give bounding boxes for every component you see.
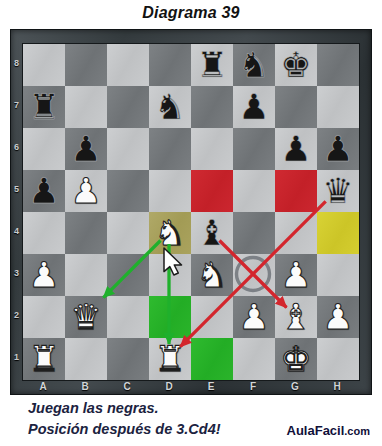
caption-line-1: Juegan las negras. xyxy=(28,398,221,419)
black-pawn-g6[interactable]: ♟ xyxy=(280,128,311,170)
white-bishop-g2[interactable]: ♝ xyxy=(280,296,311,338)
chess-board-frame: 87654321 ABCDEFGH ♜♞♚♜♞♟♟♟♟♟♟♛♞♝♟♞♟♛♟♝♟♜… xyxy=(10,29,372,395)
square-a7[interactable]: ♜ xyxy=(23,86,65,128)
square-g1[interactable]: ♚ xyxy=(275,338,317,380)
square-e2[interactable] xyxy=(191,296,233,338)
square-h5[interactable]: ♛ xyxy=(317,170,359,212)
square-h1[interactable] xyxy=(317,338,359,380)
square-h3[interactable] xyxy=(317,254,359,296)
rank-label-8: 8 xyxy=(11,58,22,68)
white-queen-b2[interactable]: ♛ xyxy=(70,296,101,338)
square-a6[interactable] xyxy=(23,128,65,170)
square-c4[interactable] xyxy=(107,212,149,254)
square-d5[interactable] xyxy=(149,170,191,212)
rank-label-5: 5 xyxy=(11,184,22,194)
square-d1[interactable]: ♜ xyxy=(149,338,191,380)
square-f7[interactable]: ♟ xyxy=(233,86,275,128)
white-knight-e3[interactable]: ♞ xyxy=(196,254,227,296)
rank-label-2: 2 xyxy=(11,310,22,320)
black-rook-a7[interactable]: ♜ xyxy=(28,86,59,128)
square-a4[interactable] xyxy=(23,212,65,254)
caption-line-2: Posición después de 3.Cd4! xyxy=(28,419,221,440)
square-b3[interactable] xyxy=(65,254,107,296)
square-e3[interactable]: ♞ xyxy=(191,254,233,296)
square-g7[interactable] xyxy=(275,86,317,128)
chess-board[interactable]: ♜♞♚♜♞♟♟♟♟♟♟♛♞♝♟♞♟♛♟♝♟♜♜♚ xyxy=(22,43,360,381)
square-g6[interactable]: ♟ xyxy=(275,128,317,170)
square-g8[interactable]: ♚ xyxy=(275,44,317,86)
brand-tld: .com xyxy=(344,425,370,437)
square-f5[interactable] xyxy=(233,170,275,212)
square-d8[interactable] xyxy=(149,44,191,86)
page: Diagrama 39 87654321 ABCDEFGH ♜♞♚♜♞♟♟♟♟♟… xyxy=(0,0,382,446)
file-label-a: A xyxy=(22,381,64,392)
black-knight-d7[interactable]: ♞ xyxy=(154,86,185,128)
rank-label-3: 3 xyxy=(11,268,22,278)
rank-label-7: 7 xyxy=(11,100,22,110)
brand-logo: AulaFacil.com xyxy=(287,421,370,439)
black-king-g8[interactable]: ♚ xyxy=(280,44,311,86)
square-h6[interactable]: ♟ xyxy=(317,128,359,170)
diagram-title: Diagrama 39 xyxy=(0,4,382,22)
white-pawn-h2[interactable]: ♟ xyxy=(322,296,353,338)
square-f6[interactable] xyxy=(233,128,275,170)
file-label-b: B xyxy=(64,381,106,392)
square-c8[interactable] xyxy=(107,44,149,86)
square-c3[interactable] xyxy=(107,254,149,296)
rank-label-1: 1 xyxy=(11,352,22,362)
square-f8[interactable]: ♞ xyxy=(233,44,275,86)
black-knight-f8[interactable]: ♞ xyxy=(238,44,269,86)
rank-label-4: 4 xyxy=(11,226,22,236)
file-label-d: D xyxy=(148,381,190,392)
square-a5[interactable]: ♟ xyxy=(23,170,65,212)
square-b5[interactable]: ♟ xyxy=(65,170,107,212)
square-b8[interactable] xyxy=(65,44,107,86)
square-b7[interactable] xyxy=(65,86,107,128)
square-d6[interactable] xyxy=(149,128,191,170)
square-f3[interactable] xyxy=(233,254,275,296)
black-queen-h5[interactable]: ♛ xyxy=(322,170,353,212)
square-h4[interactable] xyxy=(317,212,359,254)
file-label-h: H xyxy=(316,381,358,392)
square-e7[interactable] xyxy=(191,86,233,128)
square-h2[interactable]: ♟ xyxy=(317,296,359,338)
square-h7[interactable] xyxy=(317,86,359,128)
square-c1[interactable] xyxy=(107,338,149,380)
square-g3[interactable]: ♟ xyxy=(275,254,317,296)
square-b1[interactable] xyxy=(65,338,107,380)
white-rook-a1[interactable]: ♜ xyxy=(28,338,59,380)
white-king-g1[interactable]: ♚ xyxy=(280,338,311,380)
square-d4[interactable]: ♞ xyxy=(149,212,191,254)
caption: Juegan las negras. Posición después de 3… xyxy=(28,398,221,440)
square-e6[interactable] xyxy=(191,128,233,170)
white-pawn-b5[interactable]: ♟ xyxy=(70,170,101,212)
white-pawn-a3[interactable]: ♟ xyxy=(28,254,59,296)
square-f4[interactable] xyxy=(233,212,275,254)
square-g5[interactable] xyxy=(275,170,317,212)
square-e8[interactable]: ♜ xyxy=(191,44,233,86)
square-c2[interactable] xyxy=(107,296,149,338)
square-e4[interactable]: ♝ xyxy=(191,212,233,254)
square-c5[interactable] xyxy=(107,170,149,212)
square-a3[interactable]: ♟ xyxy=(23,254,65,296)
file-label-e: E xyxy=(190,381,232,392)
file-label-g: G xyxy=(274,381,316,392)
square-g4[interactable] xyxy=(275,212,317,254)
file-label-c: C xyxy=(106,381,148,392)
file-label-f: F xyxy=(232,381,274,392)
square-a1[interactable]: ♜ xyxy=(23,338,65,380)
square-d7[interactable]: ♞ xyxy=(149,86,191,128)
square-b4[interactable] xyxy=(65,212,107,254)
square-a2[interactable] xyxy=(23,296,65,338)
square-c7[interactable] xyxy=(107,86,149,128)
black-pawn-a5[interactable]: ♟ xyxy=(28,170,59,212)
square-b6[interactable]: ♟ xyxy=(65,128,107,170)
square-g2[interactable]: ♝ xyxy=(275,296,317,338)
square-d3[interactable] xyxy=(149,254,191,296)
white-pawn-f2[interactable]: ♟ xyxy=(238,296,269,338)
black-pawn-f7[interactable]: ♟ xyxy=(238,86,269,128)
black-pawn-h6[interactable]: ♟ xyxy=(322,128,353,170)
square-a8[interactable] xyxy=(23,44,65,86)
square-h8[interactable] xyxy=(317,44,359,86)
square-e5[interactable] xyxy=(191,170,233,212)
brand-name: AulaFacil xyxy=(287,423,345,438)
white-pawn-g3[interactable]: ♟ xyxy=(280,254,311,296)
square-f2[interactable]: ♟ xyxy=(233,296,275,338)
black-pawn-b6[interactable]: ♟ xyxy=(70,128,101,170)
square-f1[interactable] xyxy=(233,338,275,380)
black-rook-e8[interactable]: ♜ xyxy=(196,44,227,86)
square-e1[interactable] xyxy=(191,338,233,380)
square-c6[interactable] xyxy=(107,128,149,170)
square-b2[interactable]: ♛ xyxy=(65,296,107,338)
white-rook-d1[interactable]: ♜ xyxy=(154,338,185,380)
white-knight-d4[interactable]: ♞ xyxy=(154,212,185,254)
black-bishop-e4[interactable]: ♝ xyxy=(196,212,227,254)
square-d2[interactable] xyxy=(149,296,191,338)
rank-label-6: 6 xyxy=(11,142,22,152)
